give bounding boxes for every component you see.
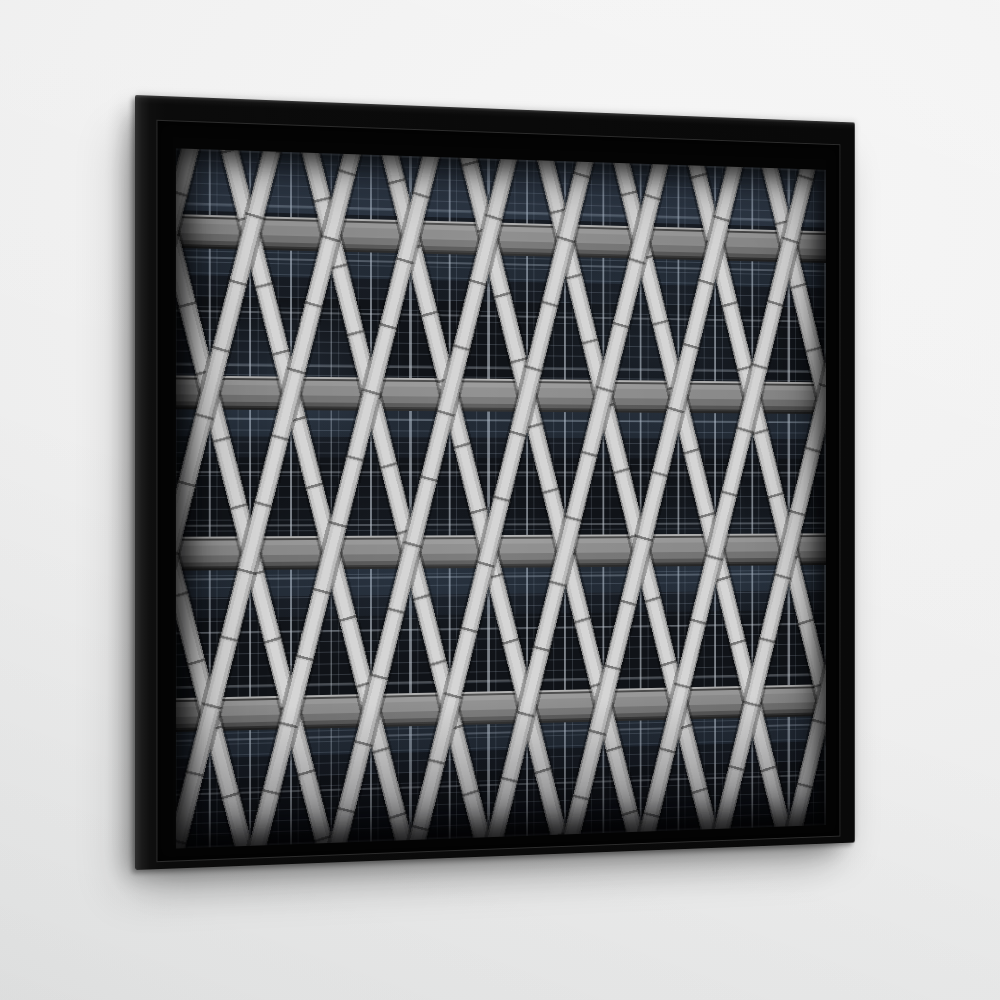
facade-photo <box>176 148 826 848</box>
picture-frame <box>135 95 855 870</box>
framed-artwork <box>135 95 855 870</box>
photo-vignette <box>176 148 826 848</box>
wall <box>0 0 1000 1000</box>
